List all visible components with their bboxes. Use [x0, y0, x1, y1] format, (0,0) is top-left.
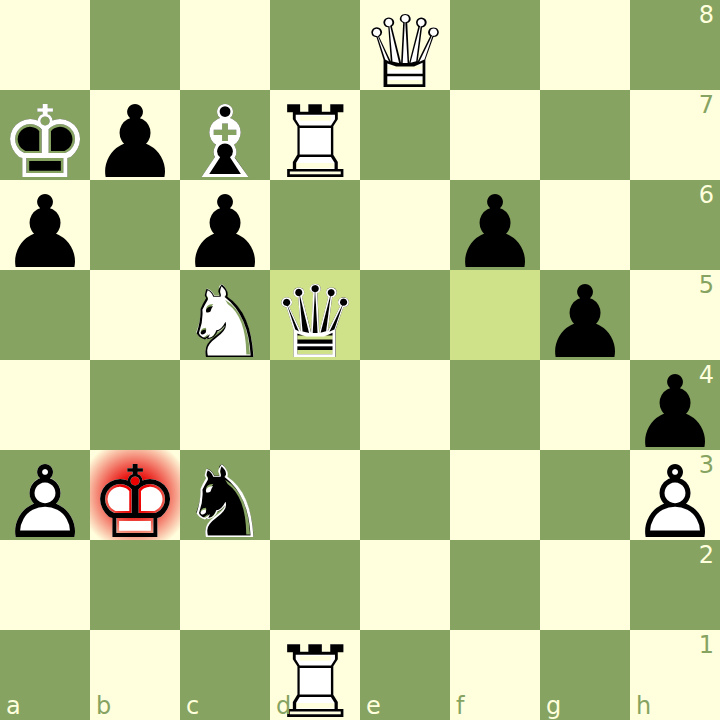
square-g4[interactable] [540, 360, 630, 450]
square-h5[interactable]: 5 [630, 270, 720, 360]
piece-outline-glyph: ♔ [90, 458, 180, 540]
rank-label-2: 2 [699, 543, 714, 567]
square-d3[interactable] [270, 450, 360, 540]
square-b5[interactable] [90, 270, 180, 360]
square-c6[interactable]: ♟ [180, 180, 270, 270]
square-h8[interactable]: 8 [630, 0, 720, 90]
square-e5[interactable] [360, 270, 450, 360]
square-d6[interactable] [270, 180, 360, 270]
square-d1[interactable]: ♜♖d [270, 630, 360, 720]
square-h6[interactable]: 6 [630, 180, 720, 270]
piece-fill-glyph: ♟ [90, 98, 180, 180]
rank-label-7: 7 [699, 93, 714, 117]
square-a8[interactable] [0, 0, 90, 90]
piece-outline-glyph: ♖ [270, 98, 360, 180]
white-knight[interactable]: ♞♘ [180, 270, 270, 360]
piece-fill-glyph: ♟ [540, 278, 630, 360]
chessboard: ♛♕8♚♔♟♝♗♜♖7♟♟♟6♞♘♛♕♟5♟4♟♙♚♔♞♘♟♙32abc♜♖de… [0, 0, 720, 720]
square-d4[interactable] [270, 360, 360, 450]
black-queen[interactable]: ♛♕ [270, 270, 360, 360]
black-pawn[interactable]: ♟ [450, 180, 540, 270]
white-king[interactable]: ♚♔ [90, 450, 180, 540]
square-e2[interactable] [360, 540, 450, 630]
rank-label-5: 5 [699, 273, 714, 297]
square-c7[interactable]: ♝♗ [180, 90, 270, 180]
square-g7[interactable] [540, 90, 630, 180]
square-a7[interactable]: ♚♔ [0, 90, 90, 180]
piece-fill-glyph: ♟ [450, 188, 540, 270]
square-e8[interactable]: ♛♕ [360, 0, 450, 90]
square-f3[interactable] [450, 450, 540, 540]
square-f4[interactable] [450, 360, 540, 450]
piece-fill-glyph: ♟ [0, 188, 90, 270]
square-c2[interactable] [180, 540, 270, 630]
piece-detail-glyph: ♔ [0, 98, 90, 180]
square-g2[interactable] [540, 540, 630, 630]
square-a3[interactable]: ♟♙ [0, 450, 90, 540]
square-e1[interactable]: e [360, 630, 450, 720]
piece-outline-glyph: ♙ [0, 458, 90, 540]
square-h3[interactable]: ♟♙3 [630, 450, 720, 540]
square-d7[interactable]: ♜♖ [270, 90, 360, 180]
square-b8[interactable] [90, 0, 180, 90]
piece-outline-glyph: ♕ [360, 8, 450, 90]
square-b2[interactable] [90, 540, 180, 630]
black-knight[interactable]: ♞♘ [180, 450, 270, 540]
square-f8[interactable] [450, 0, 540, 90]
square-g1[interactable]: g [540, 630, 630, 720]
piece-fill-glyph: ♟ [180, 188, 270, 270]
white-queen[interactable]: ♛♕ [360, 0, 450, 90]
piece-detail-glyph: ♗ [180, 98, 270, 180]
square-g3[interactable] [540, 450, 630, 540]
black-king[interactable]: ♚♔ [0, 90, 90, 180]
square-f6[interactable]: ♟ [450, 180, 540, 270]
piece-detail-glyph: ♘ [180, 458, 270, 540]
piece-outline-glyph: ♘ [180, 278, 270, 360]
square-c5[interactable]: ♞♘ [180, 270, 270, 360]
file-label-h: h [636, 694, 651, 718]
square-e7[interactable] [360, 90, 450, 180]
rank-label-4: 4 [699, 363, 714, 387]
square-a1[interactable]: a [0, 630, 90, 720]
rank-label-1: 1 [699, 633, 714, 657]
square-g5[interactable]: ♟ [540, 270, 630, 360]
black-bishop[interactable]: ♝♗ [180, 90, 270, 180]
square-h2[interactable]: 2 [630, 540, 720, 630]
square-b1[interactable]: b [90, 630, 180, 720]
square-b6[interactable] [90, 180, 180, 270]
square-b3[interactable]: ♚♔ [90, 450, 180, 540]
white-rook[interactable]: ♜♖ [270, 90, 360, 180]
file-label-e: e [366, 694, 381, 718]
rank-label-6: 6 [699, 183, 714, 207]
square-e3[interactable] [360, 450, 450, 540]
square-g8[interactable] [540, 0, 630, 90]
square-c4[interactable] [180, 360, 270, 450]
rank-label-3: 3 [699, 453, 714, 477]
square-d8[interactable] [270, 0, 360, 90]
black-pawn[interactable]: ♟ [0, 180, 90, 270]
square-b4[interactable] [90, 360, 180, 450]
square-f2[interactable] [450, 540, 540, 630]
square-a4[interactable] [0, 360, 90, 450]
white-pawn[interactable]: ♟♙ [0, 450, 90, 540]
square-g6[interactable] [540, 180, 630, 270]
square-c8[interactable] [180, 0, 270, 90]
square-e4[interactable] [360, 360, 450, 450]
file-label-g: g [546, 694, 561, 718]
square-h1[interactable]: 1h [630, 630, 720, 720]
square-d5[interactable]: ♛♕ [270, 270, 360, 360]
black-pawn[interactable]: ♟ [180, 180, 270, 270]
square-a5[interactable] [0, 270, 90, 360]
file-label-d: d [276, 694, 291, 718]
file-label-a: a [6, 694, 21, 718]
square-d2[interactable] [270, 540, 360, 630]
square-c1[interactable]: c [180, 630, 270, 720]
square-e6[interactable] [360, 180, 450, 270]
file-label-c: c [186, 694, 199, 718]
square-a6[interactable]: ♟ [0, 180, 90, 270]
black-pawn[interactable]: ♟ [90, 90, 180, 180]
square-h7[interactable]: 7 [630, 90, 720, 180]
square-h4[interactable]: ♟4 [630, 360, 720, 450]
square-c3[interactable]: ♞♘ [180, 450, 270, 540]
rank-label-8: 8 [699, 3, 714, 27]
square-f1[interactable]: f [450, 630, 540, 720]
file-label-f: f [456, 694, 464, 718]
black-pawn[interactable]: ♟ [540, 270, 630, 360]
piece-detail-glyph: ♕ [270, 278, 360, 360]
square-f7[interactable] [450, 90, 540, 180]
file-label-b: b [96, 694, 111, 718]
square-f5[interactable] [450, 270, 540, 360]
square-a2[interactable] [0, 540, 90, 630]
square-b7[interactable]: ♟ [90, 90, 180, 180]
